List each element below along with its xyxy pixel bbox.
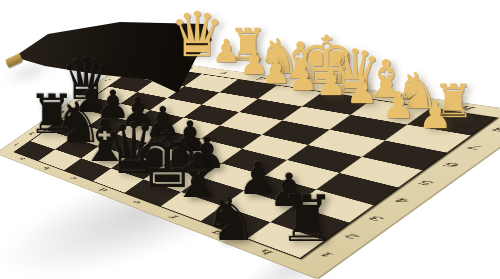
piece-camel-pawn-8: ♟ <box>418 96 452 134</box>
piece-camel-pawn-6: ♟ <box>346 73 378 109</box>
piece-black-knight-g: ♞ <box>204 189 258 249</box>
piece-camel-pawn-3: ♟ <box>261 55 291 88</box>
piece-camel-pawn-5: ♟ <box>315 66 346 101</box>
piece-camel-pawn-7: ♟ <box>381 87 414 124</box>
piece-black-rook-h: ♜ <box>278 187 335 251</box>
chess-set-photo: abcdefgh abcdefgh 87654321 87654321 ♛♟♜♟… <box>0 0 500 279</box>
piece-camel-pawn-4: ♟ <box>288 61 318 95</box>
piece-camel-pawn-1: ♟ <box>212 35 241 67</box>
